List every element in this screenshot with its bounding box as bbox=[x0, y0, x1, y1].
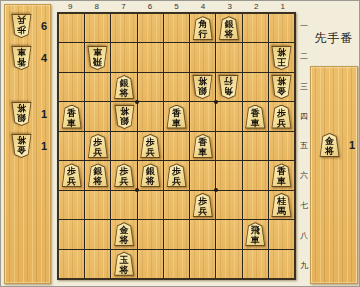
piece-rook-gote[interactable]: 飛車 bbox=[87, 46, 108, 70]
file-label: 1 bbox=[269, 2, 296, 11]
square-9-5[interactable] bbox=[59, 132, 84, 160]
square-6-9[interactable] bbox=[138, 250, 163, 278]
rank-labels: 一二三四五六七八九 bbox=[298, 12, 310, 280]
square-5-2[interactable] bbox=[164, 43, 189, 71]
captured-gold[interactable]: 金将1 bbox=[11, 134, 47, 158]
square-5-5[interactable] bbox=[164, 132, 189, 160]
square-6-7[interactable] bbox=[138, 191, 163, 219]
square-2-9[interactable] bbox=[243, 250, 268, 278]
hoshi-dot bbox=[214, 188, 218, 192]
square-4-7[interactable]: 歩兵 bbox=[190, 191, 215, 219]
piece-lance-sente[interactable]: 香車 bbox=[245, 105, 266, 129]
square-7-5[interactable] bbox=[111, 132, 136, 160]
square-6-1[interactable] bbox=[138, 14, 163, 42]
piece-silver-sente[interactable]: 銀将 bbox=[87, 163, 108, 187]
square-7-7[interactable] bbox=[111, 191, 136, 219]
piece-gold-gote[interactable]: 金将 bbox=[271, 75, 292, 99]
square-7-3[interactable]: 銀将 bbox=[111, 73, 136, 101]
piece-pawn-sente[interactable]: 歩兵 bbox=[140, 134, 161, 158]
square-9-2[interactable] bbox=[59, 43, 84, 71]
captured-count: 1 bbox=[41, 140, 47, 152]
square-4-4[interactable] bbox=[190, 102, 215, 130]
piece-pawn-gote[interactable]: 歩兵 bbox=[11, 14, 32, 38]
square-2-5[interactable] bbox=[243, 132, 268, 160]
square-6-6[interactable]: 銀将 bbox=[138, 161, 163, 189]
piece-gold-sente[interactable]: 金将 bbox=[319, 133, 340, 157]
square-9-3[interactable] bbox=[59, 73, 84, 101]
piece-king-gote[interactable]: 王将 bbox=[271, 46, 292, 70]
square-2-8[interactable]: 飛車 bbox=[243, 220, 268, 248]
square-3-1[interactable]: 銀将 bbox=[216, 14, 241, 42]
square-3-4[interactable] bbox=[216, 102, 241, 130]
board-grid: 角行銀将飛車王将銀将銀将角行金将香車銀将香車香車歩兵歩兵歩兵香車歩兵銀将歩兵銀将… bbox=[59, 14, 294, 278]
square-6-8[interactable] bbox=[138, 220, 163, 248]
square-4-6[interactable] bbox=[190, 161, 215, 189]
piece-lance-sente[interactable]: 香車 bbox=[192, 134, 213, 158]
piece-knight-sente[interactable]: 桂馬 bbox=[271, 193, 292, 217]
rank-label: 四 bbox=[298, 111, 310, 122]
piece-gold-gote[interactable]: 金将 bbox=[11, 134, 32, 158]
square-8-6[interactable]: 銀将 bbox=[85, 161, 110, 189]
square-1-2[interactable]: 王将 bbox=[269, 43, 294, 71]
piece-pawn-sente[interactable]: 歩兵 bbox=[114, 163, 135, 187]
square-1-7[interactable]: 桂馬 bbox=[269, 191, 294, 219]
square-3-5[interactable] bbox=[216, 132, 241, 160]
piece-silver-sente[interactable]: 銀将 bbox=[218, 16, 239, 40]
rank-label: 九 bbox=[298, 260, 310, 271]
hoshi-dot bbox=[135, 188, 139, 192]
piece-pawn-sente[interactable]: 歩兵 bbox=[166, 163, 187, 187]
captured-gold[interactable]: 金将1 bbox=[319, 133, 355, 157]
rank-label: 三 bbox=[298, 81, 310, 92]
square-6-5[interactable]: 歩兵 bbox=[138, 132, 163, 160]
file-labels: 987654321 bbox=[57, 2, 296, 11]
square-1-8[interactable] bbox=[269, 220, 294, 248]
file-label: 9 bbox=[57, 2, 84, 11]
square-3-6[interactable] bbox=[216, 161, 241, 189]
square-9-1[interactable] bbox=[59, 14, 84, 42]
square-2-3[interactable] bbox=[243, 73, 268, 101]
square-8-4[interactable] bbox=[85, 102, 110, 130]
shogi-board: 角行銀将飛車王将銀将銀将角行金将香車銀将香車香車歩兵歩兵歩兵香車歩兵銀将歩兵銀将… bbox=[57, 12, 296, 280]
captured-count: 1 bbox=[41, 108, 47, 120]
sente-captured-stand: 金将1 bbox=[310, 66, 358, 284]
file-label: 7 bbox=[110, 2, 137, 11]
file-label: 4 bbox=[190, 2, 217, 11]
square-2-1[interactable] bbox=[243, 14, 268, 42]
square-3-3[interactable]: 角行 bbox=[216, 73, 241, 101]
square-6-4[interactable] bbox=[138, 102, 163, 130]
file-label: 8 bbox=[84, 2, 111, 11]
square-4-5[interactable]: 香車 bbox=[190, 132, 215, 160]
square-8-5[interactable]: 歩兵 bbox=[85, 132, 110, 160]
square-5-6[interactable]: 歩兵 bbox=[164, 161, 189, 189]
piece-silver-sente[interactable]: 銀将 bbox=[114, 75, 135, 99]
rank-label: 一 bbox=[298, 21, 310, 32]
square-1-5[interactable] bbox=[269, 132, 294, 160]
square-9-7[interactable] bbox=[59, 191, 84, 219]
piece-pawn-sente[interactable]: 歩兵 bbox=[192, 193, 213, 217]
square-4-1[interactable]: 角行 bbox=[190, 14, 215, 42]
piece-silver-gote[interactable]: 銀将 bbox=[114, 105, 135, 129]
file-label: 6 bbox=[137, 2, 164, 11]
hoshi-dot bbox=[135, 100, 139, 104]
piece-pawn-sente[interactable]: 歩兵 bbox=[271, 105, 292, 129]
square-4-8[interactable] bbox=[190, 220, 215, 248]
piece-king-sente[interactable]: 玉将 bbox=[114, 252, 135, 276]
shogi-app: 歩兵6香車4銀将1金将1 987654321 角行銀将飛車王将銀将銀将角行金将香… bbox=[0, 0, 360, 287]
square-9-6[interactable]: 歩兵 bbox=[59, 161, 84, 189]
square-1-1[interactable] bbox=[269, 14, 294, 42]
file-label: 5 bbox=[163, 2, 190, 11]
square-5-1[interactable] bbox=[164, 14, 189, 42]
turn-indicator: 先手番 bbox=[310, 30, 358, 47]
square-7-6[interactable]: 歩兵 bbox=[111, 161, 136, 189]
rank-label: 二 bbox=[298, 51, 310, 62]
square-8-9[interactable] bbox=[85, 250, 110, 278]
square-8-2[interactable]: 飛車 bbox=[85, 43, 110, 71]
square-2-6[interactable] bbox=[243, 161, 268, 189]
square-6-2[interactable] bbox=[138, 43, 163, 71]
captured-pawn[interactable]: 歩兵6 bbox=[11, 14, 47, 38]
hoshi-dot bbox=[214, 100, 218, 104]
rank-label: 五 bbox=[298, 140, 310, 151]
square-3-2[interactable] bbox=[216, 43, 241, 71]
square-1-6[interactable]: 香車 bbox=[269, 161, 294, 189]
square-7-8[interactable]: 金将 bbox=[111, 220, 136, 248]
square-3-8[interactable] bbox=[216, 220, 241, 248]
captured-lance[interactable]: 香車4 bbox=[11, 46, 47, 70]
rank-label: 七 bbox=[298, 200, 310, 211]
file-label: 3 bbox=[216, 2, 243, 11]
square-1-3[interactable]: 金将 bbox=[269, 73, 294, 101]
square-2-4[interactable]: 香車 bbox=[243, 102, 268, 130]
square-2-7[interactable] bbox=[243, 191, 268, 219]
square-9-9[interactable] bbox=[59, 250, 84, 278]
piece-silver-sente[interactable]: 銀将 bbox=[140, 163, 161, 187]
rank-label: 六 bbox=[298, 170, 310, 181]
square-4-3[interactable]: 銀将 bbox=[190, 73, 215, 101]
captured-silver[interactable]: 銀将1 bbox=[11, 102, 47, 126]
piece-lance-sente[interactable]: 香車 bbox=[61, 105, 82, 129]
captured-count: 6 bbox=[41, 20, 47, 32]
piece-silver-gote[interactable]: 銀将 bbox=[11, 102, 32, 126]
square-6-3[interactable] bbox=[138, 73, 163, 101]
square-1-4[interactable]: 歩兵 bbox=[269, 102, 294, 130]
piece-bishop-gote[interactable]: 角行 bbox=[218, 75, 239, 99]
piece-silver-gote[interactable]: 銀将 bbox=[192, 75, 213, 99]
piece-lance-sente[interactable]: 香車 bbox=[166, 105, 187, 129]
square-5-3[interactable] bbox=[164, 73, 189, 101]
piece-pawn-sente[interactable]: 歩兵 bbox=[87, 134, 108, 158]
square-8-3[interactable] bbox=[85, 73, 110, 101]
square-5-4[interactable]: 香車 bbox=[164, 102, 189, 130]
square-7-2[interactable] bbox=[111, 43, 136, 71]
square-4-2[interactable] bbox=[190, 43, 215, 71]
square-7-9[interactable]: 玉将 bbox=[111, 250, 136, 278]
square-8-1[interactable] bbox=[85, 14, 110, 42]
piece-lance-sente[interactable]: 香車 bbox=[271, 163, 292, 187]
rank-label: 八 bbox=[298, 230, 310, 241]
piece-gold-sente[interactable]: 金将 bbox=[114, 222, 135, 246]
square-7-1[interactable] bbox=[111, 14, 136, 42]
square-8-7[interactable] bbox=[85, 191, 110, 219]
square-9-8[interactable] bbox=[59, 220, 84, 248]
file-label: 2 bbox=[243, 2, 270, 11]
piece-lance-gote[interactable]: 香車 bbox=[11, 46, 32, 70]
gote-captured-stand: 歩兵6香車4銀将1金将1 bbox=[4, 4, 51, 284]
square-5-8[interactable] bbox=[164, 220, 189, 248]
square-4-9[interactable] bbox=[190, 250, 215, 278]
square-2-2[interactable] bbox=[243, 43, 268, 71]
square-1-9[interactable] bbox=[269, 250, 294, 278]
captured-count: 4 bbox=[41, 52, 47, 64]
piece-rook-sente[interactable]: 飛車 bbox=[245, 222, 266, 246]
piece-pawn-sente[interactable]: 歩兵 bbox=[61, 163, 82, 187]
captured-count: 1 bbox=[349, 139, 355, 151]
piece-bishop-sente[interactable]: 角行 bbox=[192, 16, 213, 40]
square-8-8[interactable] bbox=[85, 220, 110, 248]
square-7-4[interactable]: 銀将 bbox=[111, 102, 136, 130]
square-9-4[interactable]: 香車 bbox=[59, 102, 84, 130]
square-5-9[interactable] bbox=[164, 250, 189, 278]
square-3-7[interactable] bbox=[216, 191, 241, 219]
square-3-9[interactable] bbox=[216, 250, 241, 278]
square-5-7[interactable] bbox=[164, 191, 189, 219]
